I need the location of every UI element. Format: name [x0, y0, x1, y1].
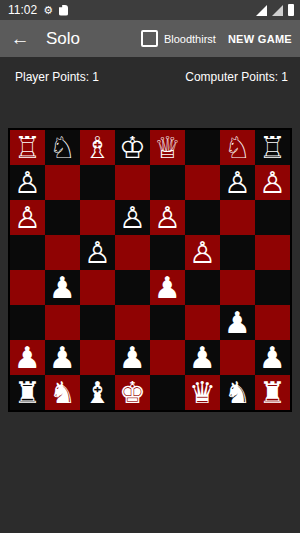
player-knight-piece: ♞ [224, 375, 251, 410]
computer-queen-piece: ♕ [154, 130, 181, 165]
app-screen: 11:02 ⚙ ← Solo Bloodthirst NEW GAME Play… [0, 0, 300, 533]
square-b3[interactable] [45, 305, 80, 340]
square-d8[interactable]: ♔ [115, 130, 150, 165]
player-pawn-piece: ♟ [49, 270, 76, 305]
app-bar: ← Solo Bloodthirst NEW GAME [0, 20, 300, 57]
square-g5[interactable] [220, 235, 255, 270]
square-g1[interactable]: ♞ [220, 375, 255, 410]
clock: 11:02 [8, 3, 37, 17]
square-h5[interactable] [255, 235, 290, 270]
player-points: Player Points: 1 [15, 70, 99, 84]
computer-pawn-piece: ♙ [259, 165, 286, 200]
square-d5[interactable] [115, 235, 150, 270]
square-b5[interactable] [45, 235, 80, 270]
computer-pawn-piece: ♙ [14, 165, 41, 200]
square-a2[interactable]: ♟ [10, 340, 45, 375]
square-e2[interactable] [150, 340, 185, 375]
square-a1[interactable]: ♜ [10, 375, 45, 410]
square-c1[interactable]: ♝ [80, 375, 115, 410]
computer-pawn-piece: ♙ [224, 165, 251, 200]
square-f5[interactable]: ♙ [185, 235, 220, 270]
square-b2[interactable]: ♟ [45, 340, 80, 375]
computer-pawn-piece: ♙ [119, 200, 146, 235]
square-b8[interactable]: ♘ [45, 130, 80, 165]
square-e7[interactable] [150, 165, 185, 200]
score-row: Player Points: 1 Computer Points: 1 [0, 70, 300, 84]
player-knight-piece: ♞ [49, 375, 76, 410]
square-a5[interactable] [10, 235, 45, 270]
square-a4[interactable] [10, 270, 45, 305]
computer-pawn-piece: ♙ [84, 235, 111, 270]
square-c6[interactable] [80, 200, 115, 235]
square-e3[interactable] [150, 305, 185, 340]
square-d6[interactable]: ♙ [115, 200, 150, 235]
square-b1[interactable]: ♞ [45, 375, 80, 410]
square-h8[interactable]: ♖ [255, 130, 290, 165]
square-a6[interactable]: ♙ [10, 200, 45, 235]
wifi-icon [256, 5, 267, 16]
square-e5[interactable] [150, 235, 185, 270]
square-e6[interactable]: ♙ [150, 200, 185, 235]
player-bishop-piece: ♝ [84, 375, 111, 410]
player-queen-piece: ♛ [189, 375, 216, 410]
square-a3[interactable] [10, 305, 45, 340]
square-h6[interactable] [255, 200, 290, 235]
back-button[interactable]: ← [0, 28, 40, 50]
square-h4[interactable] [255, 270, 290, 305]
square-c2[interactable] [80, 340, 115, 375]
new-game-button[interactable]: NEW GAME [224, 27, 300, 51]
square-e4[interactable]: ♟ [150, 270, 185, 305]
computer-king-piece: ♔ [119, 130, 146, 165]
square-f6[interactable] [185, 200, 220, 235]
gear-icon: ⚙ [43, 5, 53, 16]
bloodthirst-checkbox[interactable] [141, 30, 158, 47]
square-f2[interactable]: ♟ [185, 340, 220, 375]
square-f4[interactable] [185, 270, 220, 305]
player-pawn-piece: ♟ [49, 340, 76, 375]
square-c7[interactable] [80, 165, 115, 200]
status-bar: 11:02 ⚙ [0, 0, 300, 20]
square-c5[interactable]: ♙ [80, 235, 115, 270]
square-e1[interactable] [150, 375, 185, 410]
square-d7[interactable] [115, 165, 150, 200]
computer-rook-piece: ♖ [14, 130, 41, 165]
player-rook-piece: ♜ [14, 375, 41, 410]
computer-knight-piece: ♘ [224, 130, 251, 165]
square-a8[interactable]: ♖ [10, 130, 45, 165]
computer-rook-piece: ♖ [259, 130, 286, 165]
bloodthirst-label[interactable]: Bloodthirst [164, 33, 216, 45]
page-title: Solo [46, 29, 141, 49]
square-f3[interactable] [185, 305, 220, 340]
sim-notification-icon [59, 5, 68, 16]
square-g6[interactable] [220, 200, 255, 235]
square-g8[interactable]: ♘ [220, 130, 255, 165]
square-a7[interactable]: ♙ [10, 165, 45, 200]
player-pawn-piece: ♟ [119, 340, 146, 375]
square-f8[interactable] [185, 130, 220, 165]
square-g7[interactable]: ♙ [220, 165, 255, 200]
square-d4[interactable] [115, 270, 150, 305]
player-pawn-piece: ♟ [259, 340, 286, 375]
player-pawn-piece: ♟ [14, 340, 41, 375]
square-b7[interactable] [45, 165, 80, 200]
square-h7[interactable]: ♙ [255, 165, 290, 200]
cell-signal-icon [272, 5, 283, 16]
square-c4[interactable] [80, 270, 115, 305]
square-f7[interactable] [185, 165, 220, 200]
square-h3[interactable] [255, 305, 290, 340]
back-arrow-icon: ← [11, 28, 30, 49]
square-c3[interactable] [80, 305, 115, 340]
computer-points: Computer Points: 1 [185, 70, 288, 84]
square-g4[interactable] [220, 270, 255, 305]
computer-pawn-piece: ♙ [189, 235, 216, 270]
square-d2[interactable]: ♟ [115, 340, 150, 375]
square-e8[interactable]: ♕ [150, 130, 185, 165]
chess-board: ♖♘♗♔♕♘♖♙♙♙♙♙♙♙♙♟♟♟♟♟♟♟♟♜♞♝♚♛♞♜ [8, 128, 292, 412]
player-pawn-piece: ♟ [224, 305, 251, 340]
computer-bishop-piece: ♗ [84, 130, 111, 165]
player-pawn-piece: ♟ [189, 340, 216, 375]
computer-pawn-piece: ♙ [14, 200, 41, 235]
bloodthirst-toggle[interactable]: Bloodthirst [141, 30, 216, 47]
square-h2[interactable]: ♟ [255, 340, 290, 375]
square-f1[interactable]: ♛ [185, 375, 220, 410]
computer-pawn-piece: ♙ [154, 200, 181, 235]
player-king-piece: ♚ [119, 375, 146, 410]
square-d1[interactable]: ♚ [115, 375, 150, 410]
square-d3[interactable] [115, 305, 150, 340]
square-b4[interactable]: ♟ [45, 270, 80, 305]
square-g3[interactable]: ♟ [220, 305, 255, 340]
battery-icon [288, 4, 294, 16]
square-g2[interactable] [220, 340, 255, 375]
square-b6[interactable] [45, 200, 80, 235]
player-pawn-piece: ♟ [154, 270, 181, 305]
square-h1[interactable]: ♜ [255, 375, 290, 410]
square-c8[interactable]: ♗ [80, 130, 115, 165]
computer-knight-piece: ♘ [49, 130, 76, 165]
player-rook-piece: ♜ [259, 375, 286, 410]
